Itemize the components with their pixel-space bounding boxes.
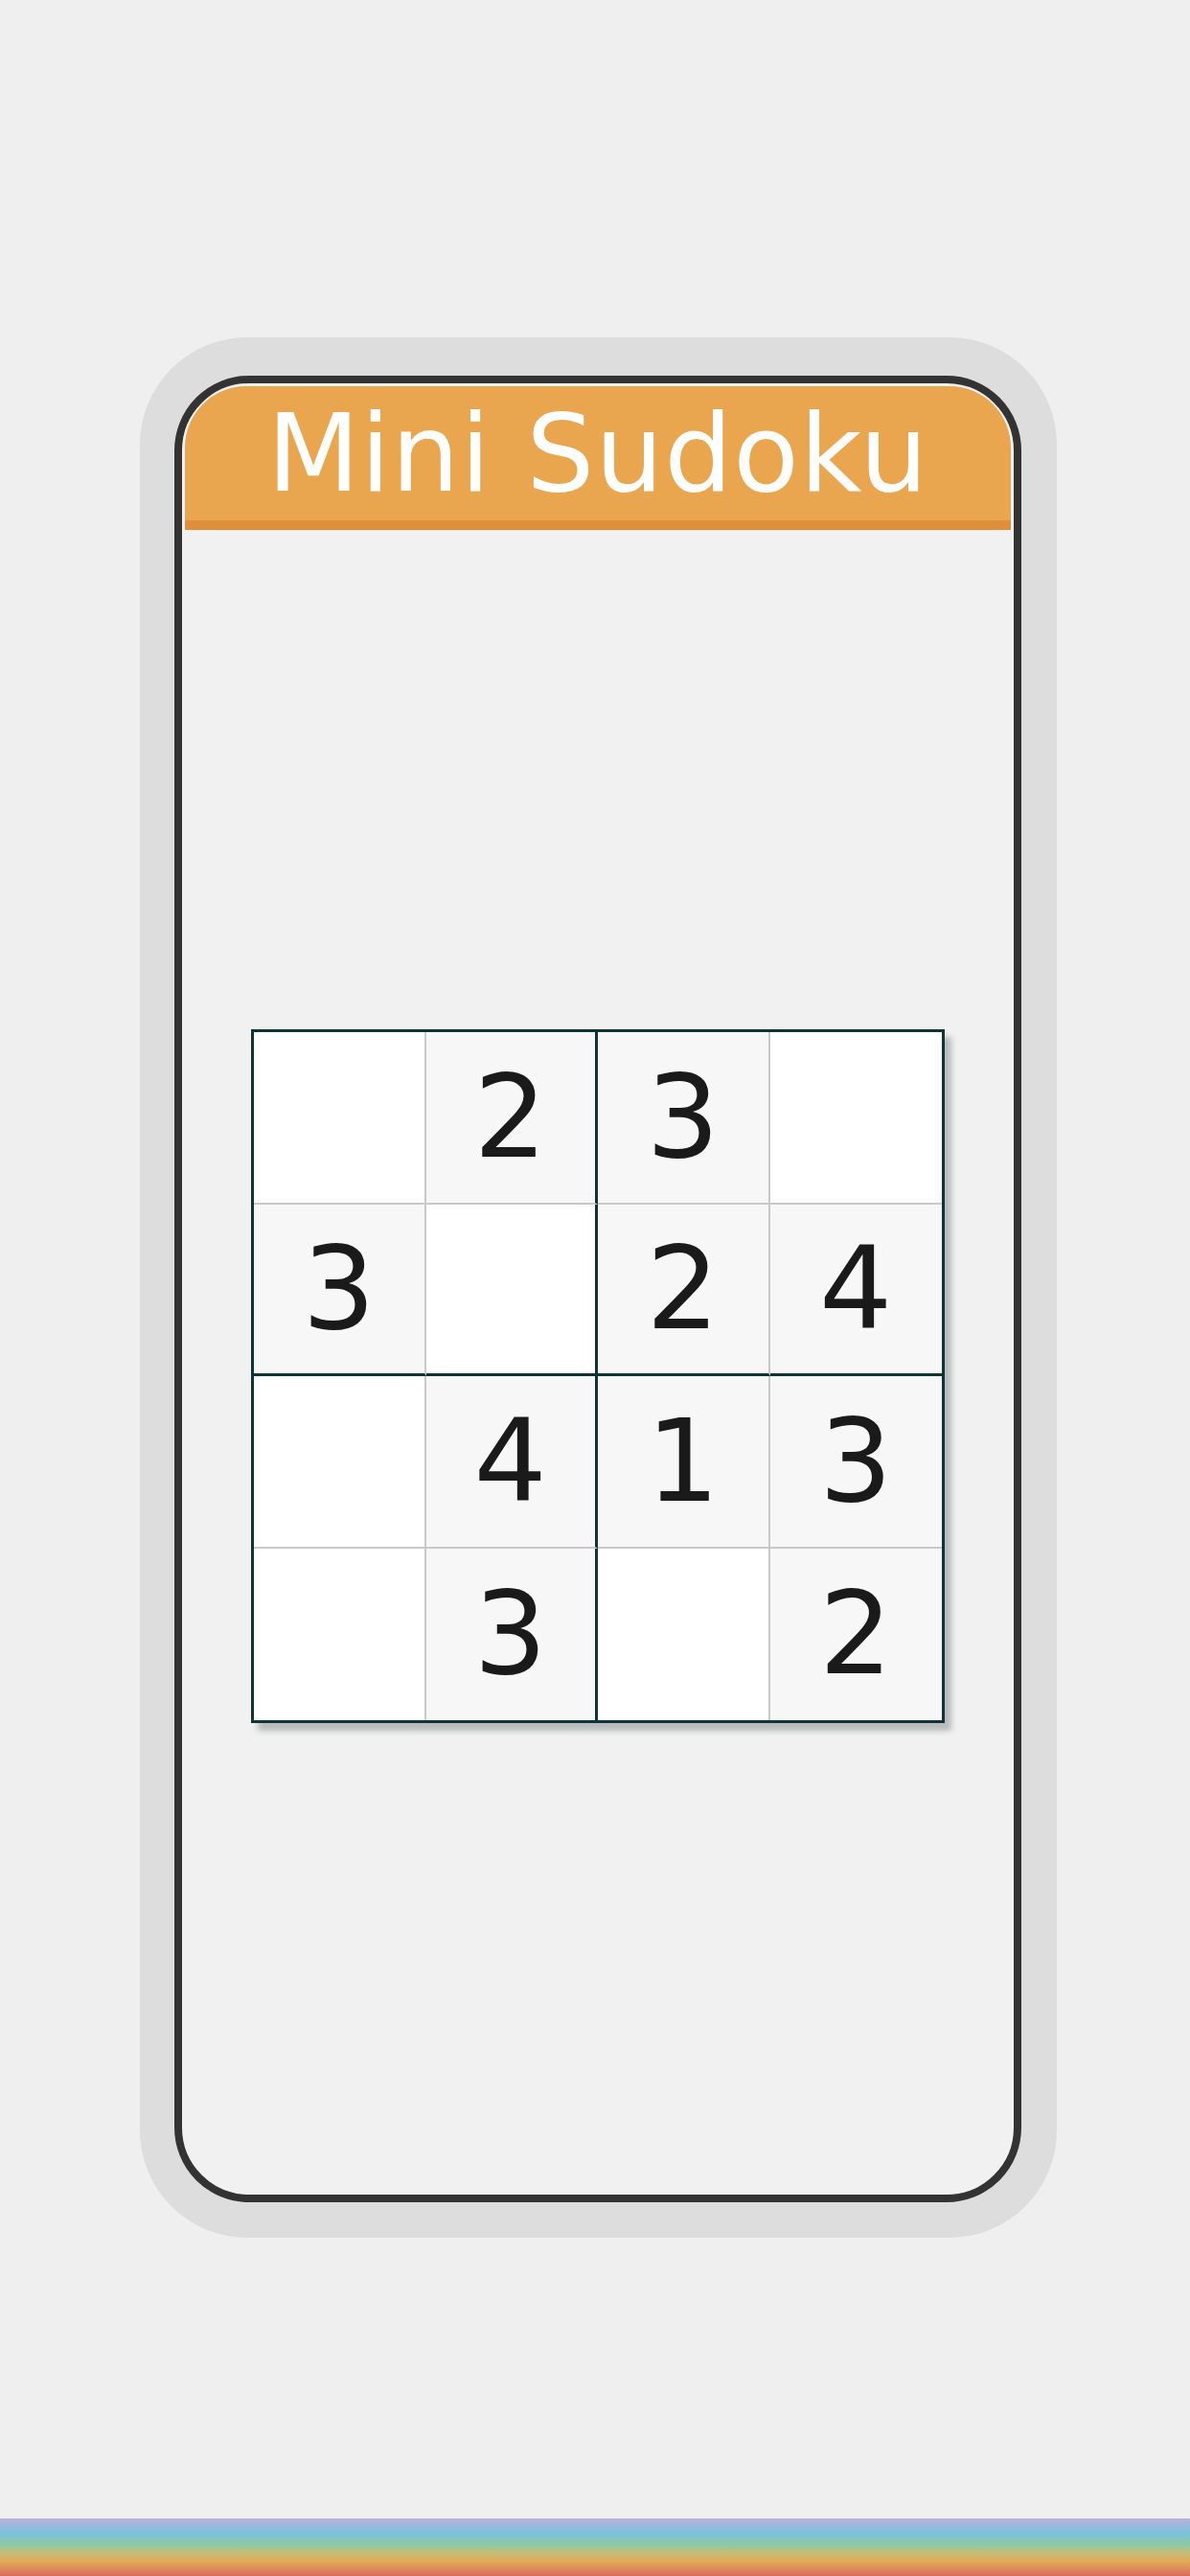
cell-r3c2: 4 bbox=[426, 1376, 599, 1549]
cell-r2c3: 2 bbox=[598, 1205, 770, 1377]
board-area: 2332441332 bbox=[185, 1029, 1011, 1723]
cell-r4c2: 3 bbox=[426, 1549, 599, 1721]
device-bezel: Mini Sudoku 2332441332 bbox=[140, 337, 1057, 2238]
cell-r4c4: 2 bbox=[770, 1549, 943, 1721]
cell-r3c3: 1 bbox=[598, 1376, 770, 1549]
sudoku-board: 2332441332 bbox=[251, 1029, 945, 1723]
cell-r1c1[interactable] bbox=[254, 1032, 426, 1205]
cell-r3c4: 3 bbox=[770, 1376, 943, 1549]
cell-r4c3[interactable] bbox=[598, 1549, 770, 1721]
cell-r1c4[interactable] bbox=[770, 1032, 943, 1205]
cell-r2c2[interactable] bbox=[426, 1205, 599, 1377]
cell-r2c1: 3 bbox=[254, 1205, 426, 1377]
cell-r1c3: 3 bbox=[598, 1032, 770, 1205]
cell-r4c1[interactable] bbox=[254, 1549, 426, 1721]
cell-r2c4: 4 bbox=[770, 1205, 943, 1377]
app-title: Mini Sudoku bbox=[267, 400, 929, 507]
rainbow-footer-stripe bbox=[0, 2518, 1190, 2576]
app-header: Mini Sudoku bbox=[185, 386, 1011, 530]
phone-frame: Mini Sudoku 2332441332 bbox=[174, 376, 1021, 2202]
cell-r3c1[interactable] bbox=[254, 1376, 426, 1549]
cell-r1c2: 2 bbox=[426, 1032, 599, 1205]
